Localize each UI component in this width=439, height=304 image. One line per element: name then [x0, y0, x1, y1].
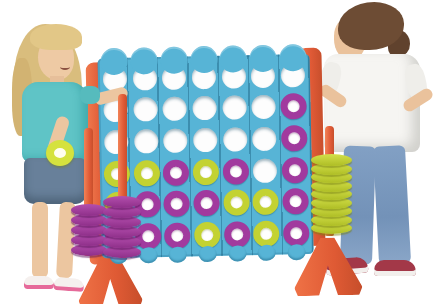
disc-purple	[163, 159, 190, 186]
cell-r4c2	[131, 157, 161, 189]
cell-r5c4	[191, 187, 221, 219]
empty-hole	[192, 96, 216, 120]
disc-purple	[224, 221, 251, 248]
panel-top-scallop	[279, 44, 307, 72]
disc-yellow	[193, 159, 220, 186]
cell-r4c7	[280, 154, 310, 186]
disc-purple	[280, 93, 307, 120]
panel-top-scallop	[190, 46, 218, 74]
disc-yellow	[253, 189, 280, 216]
girl-hair	[30, 24, 82, 50]
girl-shoe	[24, 276, 54, 289]
cell-r4c6	[250, 155, 280, 187]
cell-r4c3	[161, 156, 191, 188]
disc-yellow	[133, 160, 160, 187]
disc-purple	[281, 125, 308, 152]
disc-yellow	[223, 190, 250, 217]
disc-purple	[282, 188, 309, 215]
purple-spare-ring	[103, 196, 141, 208]
cell-r2c7	[279, 91, 309, 123]
yellow-spare-ring	[311, 154, 352, 166]
boy-shoe	[374, 260, 416, 276]
empty-hole	[252, 127, 276, 151]
cell-r5c7	[281, 186, 311, 218]
cell-r5c3	[162, 188, 192, 220]
disc-purple	[164, 223, 191, 250]
purple-spare-ring	[71, 204, 107, 216]
cell-r3c6	[249, 123, 279, 155]
cell-r2c2	[130, 94, 160, 126]
panel-bottom-scallop	[288, 244, 306, 260]
girl-shoe	[54, 277, 85, 292]
empty-hole	[193, 128, 217, 152]
panel-bottom-scallop	[139, 247, 157, 263]
panel-bottom-scallop	[198, 246, 216, 262]
cell-r2c3	[160, 93, 190, 125]
cell-r2c5	[219, 92, 249, 124]
disc-yellow	[253, 221, 280, 248]
empty-hole	[133, 98, 157, 122]
disc-purple	[283, 220, 310, 247]
disc-purple	[282, 157, 309, 184]
cell-r3c5	[220, 124, 250, 156]
cell-r2c4	[189, 92, 219, 124]
girl-smile	[60, 64, 70, 70]
empty-hole	[134, 129, 158, 153]
cell-r3c2	[131, 125, 161, 157]
cell-r2c6	[249, 91, 279, 123]
disc-purple	[193, 190, 220, 217]
cell-r4c4	[191, 156, 221, 188]
empty-hole	[252, 95, 276, 119]
empty-hole	[222, 96, 246, 120]
boy-jeans	[373, 145, 411, 265]
cell-r3c7	[279, 122, 309, 154]
panel-bottom-scallop	[258, 245, 276, 261]
empty-hole	[253, 158, 277, 182]
girl-figure	[0, 18, 132, 304]
disc-purple	[164, 191, 191, 218]
cell-r5c6	[251, 186, 281, 218]
held-yellow-disc	[46, 140, 74, 166]
disc-purple	[135, 223, 162, 250]
empty-hole	[223, 127, 247, 151]
cell-r4c5	[220, 155, 250, 187]
empty-hole	[163, 129, 187, 153]
disc-purple	[222, 158, 249, 185]
cell-r3c4	[190, 124, 220, 156]
panel-top-scallop	[160, 46, 188, 74]
disc-yellow	[194, 222, 221, 249]
panel-bottom-scallop	[169, 247, 187, 263]
cell-r3c3	[160, 125, 190, 157]
girl-sleeve	[80, 86, 100, 104]
empty-hole	[163, 97, 187, 121]
cell-r5c5	[221, 187, 251, 219]
girl-leg	[32, 202, 48, 278]
product-photo-giant-connect-four	[0, 0, 439, 304]
panel-bottom-scallop	[228, 245, 246, 261]
